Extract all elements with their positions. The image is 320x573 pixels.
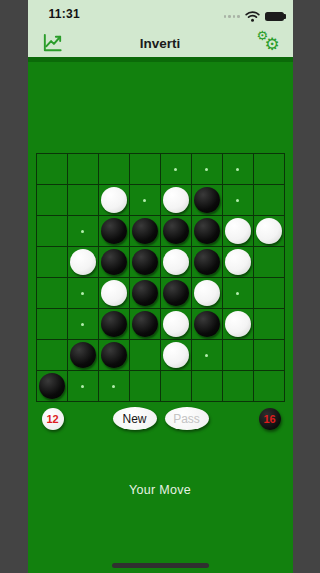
black-disc xyxy=(101,218,127,244)
new-game-button[interactable]: New xyxy=(113,407,157,430)
board-cell-c4[interactable] xyxy=(99,247,129,277)
white-disc xyxy=(163,249,189,275)
board xyxy=(36,153,285,402)
board-cell-e1[interactable] xyxy=(161,154,191,184)
legal-move-dot xyxy=(174,168,177,171)
black-disc xyxy=(194,249,220,275)
board-cell-e6[interactable] xyxy=(161,309,191,339)
white-disc xyxy=(225,218,251,244)
board-cell-c7[interactable] xyxy=(99,340,129,370)
board-cell-g2[interactable] xyxy=(223,185,253,215)
board-cell-e5[interactable] xyxy=(161,278,191,308)
board-cell-c8[interactable] xyxy=(99,371,129,401)
legal-move-dot xyxy=(205,168,208,171)
pass-button[interactable]: Pass xyxy=(165,407,209,430)
board-cell-f3[interactable] xyxy=(192,216,222,246)
black-disc xyxy=(132,218,158,244)
legal-move-dot xyxy=(81,323,84,326)
status-icons xyxy=(224,11,284,22)
board-cell-d7[interactable] xyxy=(130,340,160,370)
white-disc xyxy=(256,218,282,244)
black-disc xyxy=(132,249,158,275)
board-cell-c1[interactable] xyxy=(99,154,129,184)
white-disc xyxy=(163,311,189,337)
board-cell-g8[interactable] xyxy=(223,371,253,401)
board-cell-g5[interactable] xyxy=(223,278,253,308)
white-score-badge: 12 xyxy=(42,408,64,430)
legal-move-dot xyxy=(143,199,146,202)
board-cell-f6[interactable] xyxy=(192,309,222,339)
board-cell-g4[interactable] xyxy=(223,247,253,277)
board-cell-e2[interactable] xyxy=(161,185,191,215)
board-cell-f4[interactable] xyxy=(192,247,222,277)
board-cell-e4[interactable] xyxy=(161,247,191,277)
board-cell-h7[interactable] xyxy=(254,340,284,370)
board-cell-c5[interactable] xyxy=(99,278,129,308)
black-disc xyxy=(101,249,127,275)
board-cell-e3[interactable] xyxy=(161,216,191,246)
app-screen: 11:31 Inverti ⚙ ⚙ xyxy=(28,0,293,573)
black-disc xyxy=(194,218,220,244)
legal-move-dot xyxy=(236,199,239,202)
settings-gears-icon[interactable]: ⚙ ⚙ xyxy=(257,29,284,56)
board-cell-f1[interactable] xyxy=(192,154,222,184)
board-cell-h4[interactable] xyxy=(254,247,284,277)
board-cell-b3[interactable] xyxy=(68,216,98,246)
black-disc xyxy=(101,311,127,337)
cellular-signal-icon xyxy=(224,15,240,18)
black-disc xyxy=(163,280,189,306)
white-disc xyxy=(225,311,251,337)
board-cell-b7[interactable] xyxy=(68,340,98,370)
nav-bar: Inverti ⚙ ⚙ xyxy=(28,30,293,57)
board-cell-h5[interactable] xyxy=(254,278,284,308)
board-cell-d5[interactable] xyxy=(130,278,160,308)
board-cell-d8[interactable] xyxy=(130,371,160,401)
board-cell-d6[interactable] xyxy=(130,309,160,339)
large-gear-icon: ⚙ xyxy=(265,36,280,53)
black-disc xyxy=(70,342,96,368)
board-cell-f8[interactable] xyxy=(192,371,222,401)
board-cell-b2[interactable] xyxy=(68,185,98,215)
black-disc xyxy=(194,187,220,213)
top-bar: 11:31 Inverti ⚙ ⚙ xyxy=(28,0,293,57)
board-cell-c2[interactable] xyxy=(99,185,129,215)
white-disc xyxy=(101,187,127,213)
board-cell-a6[interactable] xyxy=(37,309,67,339)
black-disc xyxy=(39,373,65,399)
legal-move-dot xyxy=(205,354,208,357)
board-cell-g1[interactable] xyxy=(223,154,253,184)
black-disc xyxy=(101,342,127,368)
board-cell-b6[interactable] xyxy=(68,309,98,339)
header-divider xyxy=(28,57,293,62)
black-score-badge: 16 xyxy=(259,408,281,430)
board-cell-b4[interactable] xyxy=(68,247,98,277)
board-cell-h3[interactable] xyxy=(254,216,284,246)
white-disc xyxy=(101,280,127,306)
board-cell-d3[interactable] xyxy=(130,216,160,246)
legal-move-dot xyxy=(81,385,84,388)
board-cell-a1[interactable] xyxy=(37,154,67,184)
white-disc xyxy=(225,249,251,275)
white-disc xyxy=(163,342,189,368)
board-cell-h1[interactable] xyxy=(254,154,284,184)
board-cell-b5[interactable] xyxy=(68,278,98,308)
board-cell-a4[interactable] xyxy=(37,247,67,277)
board-cell-a2[interactable] xyxy=(37,185,67,215)
board-cell-d4[interactable] xyxy=(130,247,160,277)
board-cell-a3[interactable] xyxy=(37,216,67,246)
board-cell-c3[interactable] xyxy=(99,216,129,246)
white-disc xyxy=(70,249,96,275)
board-cell-a7[interactable] xyxy=(37,340,67,370)
legal-move-dot xyxy=(112,385,115,388)
board-cell-b8[interactable] xyxy=(68,371,98,401)
legal-move-dot xyxy=(236,292,239,295)
turn-status-text: Your Move xyxy=(28,483,293,497)
board-cell-d2[interactable] xyxy=(130,185,160,215)
black-disc xyxy=(194,311,220,337)
page-title: Inverti xyxy=(28,36,293,51)
white-disc xyxy=(194,280,220,306)
board-cell-h2[interactable] xyxy=(254,185,284,215)
board-cell-e8[interactable] xyxy=(161,371,191,401)
board-cell-d1[interactable] xyxy=(130,154,160,184)
board-cell-g7[interactable] xyxy=(223,340,253,370)
status-time: 11:31 xyxy=(49,7,81,21)
board-cell-c6[interactable] xyxy=(99,309,129,339)
board-cell-b1[interactable] xyxy=(68,154,98,184)
white-disc xyxy=(163,187,189,213)
black-disc xyxy=(163,218,189,244)
legal-move-dot xyxy=(81,230,84,233)
board-cell-f7[interactable] xyxy=(192,340,222,370)
board-cell-f5[interactable] xyxy=(192,278,222,308)
legal-move-dot xyxy=(81,292,84,295)
board-cell-e7[interactable] xyxy=(161,340,191,370)
board-cell-g3[interactable] xyxy=(223,216,253,246)
board-cell-h8[interactable] xyxy=(254,371,284,401)
board-cell-h6[interactable] xyxy=(254,309,284,339)
board-cell-g6[interactable] xyxy=(223,309,253,339)
black-disc xyxy=(132,311,158,337)
home-indicator[interactable] xyxy=(112,563,209,568)
board-cell-f2[interactable] xyxy=(192,185,222,215)
legal-move-dot xyxy=(236,168,239,171)
board-cell-a8[interactable] xyxy=(37,371,67,401)
wifi-icon xyxy=(245,11,260,22)
black-disc xyxy=(132,280,158,306)
battery-icon xyxy=(265,12,284,22)
board-cell-a5[interactable] xyxy=(37,278,67,308)
